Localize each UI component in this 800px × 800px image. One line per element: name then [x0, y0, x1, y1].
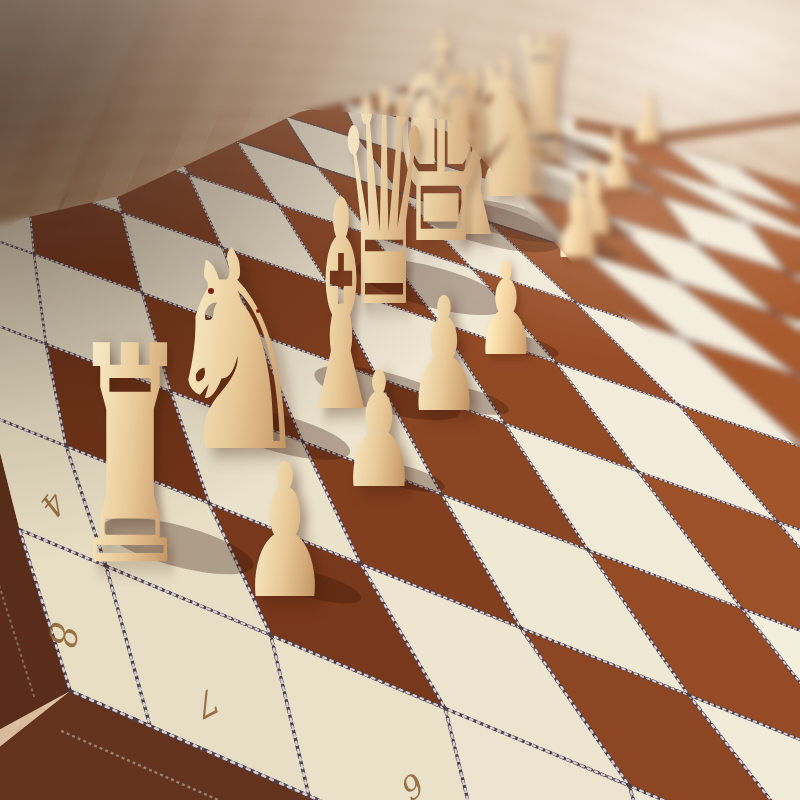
- corner-shadow: [0, 0, 800, 800]
- knight-nostril: [256, 309, 260, 313]
- knight-eye: [208, 288, 214, 294]
- photo-scene: 8764 ♜♞♝♛♚♝♞♜♟♟♟♟♟♟♟♟: [0, 0, 800, 800]
